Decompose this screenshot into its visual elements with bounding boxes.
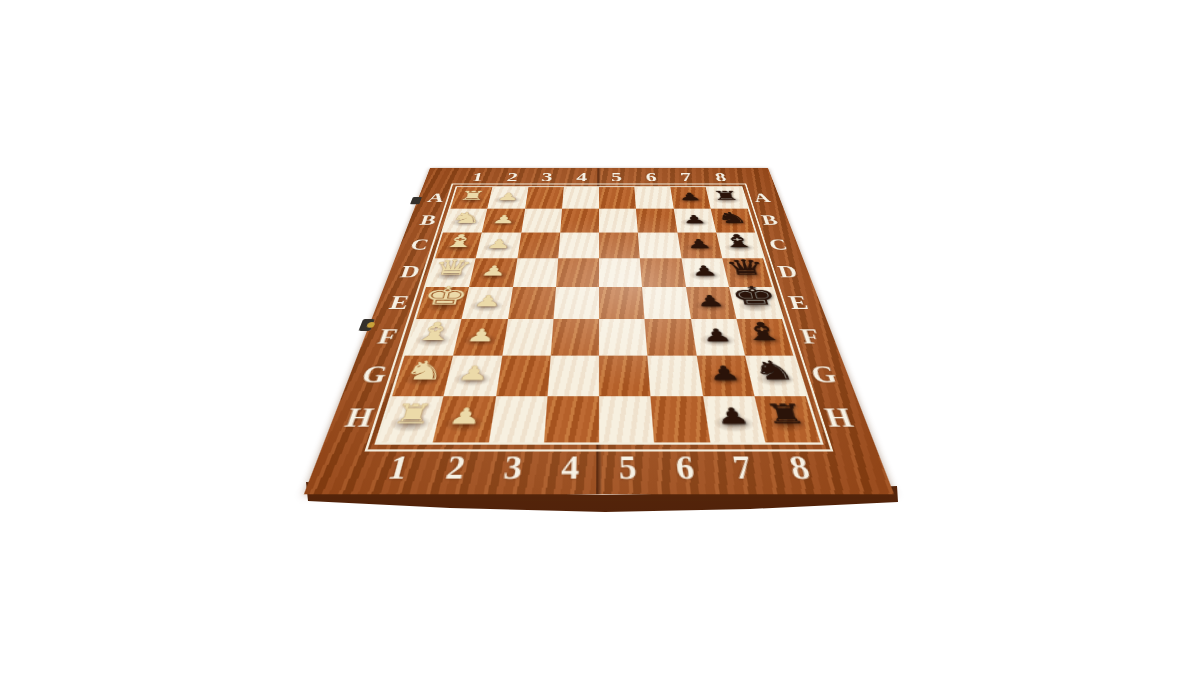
square-a4[interactable] bbox=[562, 187, 599, 208]
rank-label-far-3: 3 bbox=[528, 169, 565, 185]
black-pawn-glyph: ♟ bbox=[671, 192, 709, 202]
square-e6[interactable] bbox=[642, 287, 690, 319]
square-b3[interactable] bbox=[521, 209, 562, 233]
piece-black-knight-b8[interactable]: ♞ bbox=[710, 209, 754, 233]
white-pawn-glyph: ♟ bbox=[471, 264, 516, 278]
square-h7[interactable] bbox=[702, 396, 765, 442]
square-f5[interactable] bbox=[599, 319, 648, 355]
rank-label-near-3: 3 bbox=[481, 445, 544, 492]
square-h6[interactable] bbox=[651, 396, 710, 442]
square-g3[interactable] bbox=[496, 355, 551, 396]
piece-white-pawn-b2[interactable]: ♟ bbox=[482, 209, 525, 233]
square-d4[interactable] bbox=[556, 258, 599, 287]
black-pawn-glyph: ♟ bbox=[682, 264, 727, 278]
piece-black-pawn-d7[interactable]: ♟ bbox=[681, 258, 729, 287]
square-g8[interactable] bbox=[745, 355, 806, 396]
square-d3[interactable] bbox=[513, 258, 558, 287]
black-pawn-glyph: ♟ bbox=[674, 214, 714, 225]
square-g4[interactable] bbox=[547, 355, 599, 396]
rank-label-far-1: 1 bbox=[458, 169, 497, 185]
black-knight-glyph: ♞ bbox=[711, 210, 753, 225]
square-c4[interactable] bbox=[558, 232, 599, 258]
square-f6[interactable] bbox=[645, 319, 696, 355]
square-h4[interactable] bbox=[544, 396, 599, 442]
square-f3[interactable] bbox=[502, 319, 553, 355]
rank-label-far-4: 4 bbox=[564, 169, 599, 185]
square-c5[interactable] bbox=[599, 232, 640, 258]
black-pawn-glyph: ♟ bbox=[678, 238, 720, 251]
square-f1[interactable] bbox=[405, 319, 462, 355]
rank-label-near-6: 6 bbox=[655, 445, 718, 492]
square-b6[interactable] bbox=[636, 209, 677, 233]
square-e5[interactable] bbox=[599, 287, 645, 319]
white-queen-glyph: ♛ bbox=[429, 257, 476, 278]
piece-white-pawn-d2[interactable]: ♟ bbox=[469, 258, 517, 287]
square-c6[interactable] bbox=[638, 232, 681, 258]
white-bishop-glyph: ♝ bbox=[437, 232, 482, 250]
square-a6[interactable] bbox=[634, 187, 673, 208]
piece-white-pawn-a2[interactable]: ♟ bbox=[488, 187, 528, 208]
rank-label-near-4: 4 bbox=[540, 445, 599, 492]
rank-label-near-7: 7 bbox=[710, 445, 776, 492]
square-e4[interactable] bbox=[553, 287, 599, 319]
square-a5[interactable] bbox=[599, 187, 636, 208]
white-pawn-glyph: ♟ bbox=[484, 214, 524, 225]
rank-label-near-5: 5 bbox=[599, 445, 658, 492]
square-g2[interactable] bbox=[444, 355, 502, 396]
square-a3[interactable] bbox=[525, 187, 564, 208]
rank-label-near-1: 1 bbox=[362, 445, 432, 492]
rank-label-far-7: 7 bbox=[667, 169, 705, 185]
square-g6[interactable] bbox=[648, 355, 703, 396]
white-pawn-glyph: ♟ bbox=[489, 192, 527, 202]
chess-board: AABBCCDDEEFFGGHH1122334455667788 ♜♞♝♛♚♝♞… bbox=[304, 168, 894, 494]
square-e3[interactable] bbox=[508, 287, 556, 319]
rank-label-far-6: 6 bbox=[633, 169, 670, 185]
piece-black-pawn-a7[interactable]: ♟ bbox=[670, 187, 710, 208]
piece-black-pawn-c7[interactable]: ♟ bbox=[677, 232, 722, 258]
piece-black-pawn-b7[interactable]: ♟ bbox=[673, 209, 716, 233]
square-b4[interactable] bbox=[560, 209, 599, 233]
black-bishop-glyph: ♝ bbox=[716, 232, 761, 250]
piece-white-knight-b1[interactable]: ♞ bbox=[443, 209, 487, 233]
white-rook-glyph: ♜ bbox=[452, 190, 492, 202]
square-d6[interactable] bbox=[640, 258, 685, 287]
white-pawn-glyph: ♟ bbox=[478, 238, 520, 251]
square-h8[interactable] bbox=[754, 396, 820, 442]
piece-black-rook-a8[interactable]: ♜ bbox=[705, 187, 747, 208]
square-d5[interactable] bbox=[599, 258, 642, 287]
square-f2[interactable] bbox=[453, 319, 507, 355]
chess-board-scene: AABBCCDDEEFFGGHH1122334455667788 ♜♞♝♛♚♝♞… bbox=[384, 72, 814, 502]
square-h5[interactable] bbox=[599, 396, 654, 442]
rank-label-near-8: 8 bbox=[766, 445, 836, 492]
square-f8[interactable] bbox=[736, 319, 793, 355]
black-rook-glyph: ♜ bbox=[706, 190, 746, 202]
piece-white-rook-a1[interactable]: ♜ bbox=[450, 187, 492, 208]
rank-label-far-8: 8 bbox=[701, 169, 740, 185]
white-knight-glyph: ♞ bbox=[445, 210, 487, 225]
rank-label-near-2: 2 bbox=[422, 445, 488, 492]
square-h2[interactable] bbox=[433, 396, 496, 442]
square-b5[interactable] bbox=[599, 209, 638, 233]
square-g7[interactable] bbox=[696, 355, 754, 396]
brass-knob-icon bbox=[366, 322, 376, 328]
photo-stage: AABBCCDDEEFFGGHH1122334455667788 ♜♞♝♛♚♝♞… bbox=[0, 0, 1200, 675]
piece-white-pawn-c2[interactable]: ♟ bbox=[476, 232, 521, 258]
rank-label-far-2: 2 bbox=[493, 169, 531, 185]
rank-label-far-5: 5 bbox=[599, 169, 634, 185]
square-f4[interactable] bbox=[550, 319, 599, 355]
latch-clasp-icon bbox=[358, 319, 374, 331]
square-h3[interactable] bbox=[488, 396, 547, 442]
square-c3[interactable] bbox=[517, 232, 560, 258]
square-g1[interactable] bbox=[392, 355, 453, 396]
black-queen-glyph: ♛ bbox=[722, 257, 769, 278]
square-f7[interactable] bbox=[690, 319, 744, 355]
square-h1[interactable] bbox=[378, 396, 444, 442]
square-g5[interactable] bbox=[599, 355, 651, 396]
